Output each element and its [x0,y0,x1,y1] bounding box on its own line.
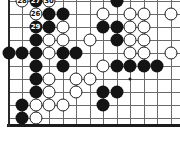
black-stone [29,73,42,86]
go-board: 2827302629 [0,0,180,154]
white-stone [43,46,56,59]
black-stone [110,60,123,73]
white-stone [124,33,137,46]
black-stone [70,46,83,59]
white-stone [97,60,110,73]
black-stone [29,46,42,59]
black-stone [56,46,69,59]
grid-vline [76,0,77,124]
white-stone [124,7,137,20]
white-stone [137,33,150,46]
black-stone [124,60,137,73]
white-stone [56,20,69,33]
white-stone [137,20,150,33]
black-stone [2,46,15,59]
black-stone-numbered: 27 [29,0,42,7]
white-stone [83,73,96,86]
black-stone [110,20,123,33]
white-stone [137,46,150,59]
white-stone-numbered: 30 [43,0,56,7]
white-stone [43,86,56,99]
black-stone-numbered: 29 [29,20,42,33]
white-stone [83,33,96,46]
black-stone [16,46,29,59]
white-stone [43,73,56,86]
black-stone [110,86,123,99]
white-stone [164,7,177,20]
white-stone-numbered: 28 [16,0,29,7]
star-point [129,78,132,81]
black-stone [110,0,123,7]
white-stone [124,46,137,59]
black-stone [137,60,150,73]
white-stone-numbered: 26 [29,7,42,20]
black-stone [29,33,42,46]
black-stone [29,86,42,99]
black-stone [16,112,29,125]
white-stone [56,33,69,46]
black-stone [43,20,56,33]
white-stone [56,99,69,112]
black-stone [97,99,110,112]
black-stone [16,99,29,112]
black-stone [110,33,123,46]
white-stone [70,86,83,99]
board-left-border [8,0,10,127]
white-stone [124,20,137,33]
white-stone [137,7,150,20]
white-stone [70,73,83,86]
black-stone [56,7,69,20]
black-stone [29,60,42,73]
black-stone [97,20,110,33]
white-stone [164,46,177,59]
black-stone [43,7,56,20]
white-stone [29,99,42,112]
white-stone [29,112,42,125]
black-stone [151,60,164,73]
black-stone [56,60,69,73]
white-stone [43,99,56,112]
white-stone [43,33,56,46]
white-stone [97,7,110,20]
grid-vline [90,0,91,124]
go-diagram-screenshot: 2827302629 [0,0,180,154]
black-stone [97,86,110,99]
